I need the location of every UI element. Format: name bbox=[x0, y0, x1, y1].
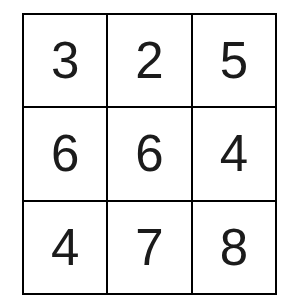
cell-r0c2: 5 bbox=[193, 15, 275, 106]
cell-r1c1: 6 bbox=[108, 108, 190, 199]
cell-r0c0: 3 bbox=[24, 15, 106, 106]
cell-r2c1: 7 bbox=[108, 202, 190, 293]
cell-r1c2: 4 bbox=[193, 108, 275, 199]
cell-r2c0: 4 bbox=[24, 202, 106, 293]
number-grid-board: 3 2 5 6 6 4 4 7 8 bbox=[22, 13, 277, 295]
cell-r2c2: 8 bbox=[193, 202, 275, 293]
cell-r1c0: 6 bbox=[24, 108, 106, 199]
cell-r0c1: 2 bbox=[108, 15, 190, 106]
